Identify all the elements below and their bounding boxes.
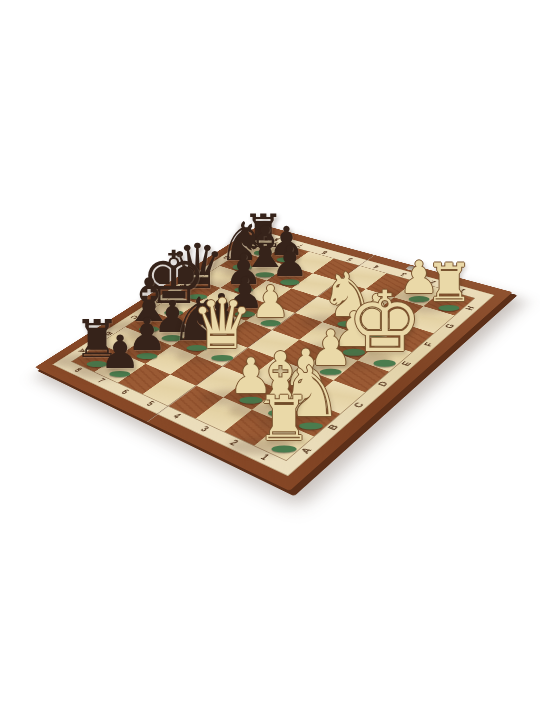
- board-outer-frame: AA11BB22CC33DD44EE55FF66GG77HH88: [35, 224, 513, 491]
- chess-board: AA11BB22CC33DD44EE55FF66GG77HH88: [35, 224, 513, 491]
- playing-area: [72, 239, 474, 461]
- product-photo-canvas: AA11BB22CC33DD44EE55FF66GG77HH88 ♜♝♚♛♞♜♟…: [0, 0, 540, 720]
